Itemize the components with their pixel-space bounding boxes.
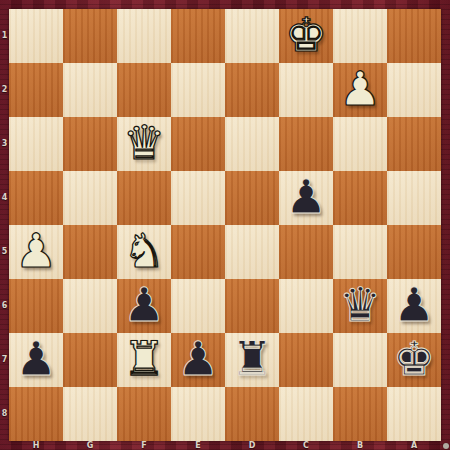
rank-label-2: 2: [0, 63, 9, 117]
piece-white-queen-f3[interactable]: ♛: [123, 119, 165, 166]
piece-white-rook-f7[interactable]: ♜: [123, 335, 165, 382]
square-d3[interactable]: [225, 117, 279, 171]
square-d6[interactable]: [225, 279, 279, 333]
square-f6[interactable]: ♟: [117, 279, 171, 333]
chess-board: ♚♟♛♟♟♞♟♛♟♟♜♟♜♚: [9, 9, 441, 441]
file-label-d: D: [225, 441, 279, 450]
file-label-h: H: [9, 441, 63, 450]
square-g6[interactable]: [63, 279, 117, 333]
square-c2[interactable]: [279, 63, 333, 117]
square-e4[interactable]: [171, 171, 225, 225]
square-a8[interactable]: [387, 387, 441, 441]
square-a6[interactable]: ♟: [387, 279, 441, 333]
square-c3[interactable]: [279, 117, 333, 171]
square-h6[interactable]: [9, 279, 63, 333]
square-a2[interactable]: [387, 63, 441, 117]
square-c8[interactable]: [279, 387, 333, 441]
piece-white-pawn-h5[interactable]: ♟: [15, 227, 57, 274]
rank-label-7: 7: [0, 333, 9, 387]
corner-dot: [443, 443, 449, 449]
square-g1[interactable]: [63, 9, 117, 63]
square-d4[interactable]: [225, 171, 279, 225]
square-f5[interactable]: ♞: [117, 225, 171, 279]
square-g2[interactable]: [63, 63, 117, 117]
square-f4[interactable]: [117, 171, 171, 225]
square-d7[interactable]: ♜: [225, 333, 279, 387]
square-g3[interactable]: [63, 117, 117, 171]
file-label-g: G: [63, 441, 117, 450]
square-b4[interactable]: [333, 171, 387, 225]
square-e5[interactable]: [171, 225, 225, 279]
file-label-c: C: [279, 441, 333, 450]
rank-label-8: 8: [0, 387, 9, 441]
square-b2[interactable]: ♟: [333, 63, 387, 117]
rank-label-5: 5: [0, 225, 9, 279]
square-e8[interactable]: [171, 387, 225, 441]
piece-black-pawn-a6[interactable]: ♟: [393, 281, 435, 328]
square-g8[interactable]: [63, 387, 117, 441]
square-g4[interactable]: [63, 171, 117, 225]
square-a7[interactable]: ♚: [387, 333, 441, 387]
piece-black-queen-b6[interactable]: ♛: [339, 281, 381, 328]
rank-label-6: 6: [0, 279, 9, 333]
square-e7[interactable]: ♟: [171, 333, 225, 387]
square-c1[interactable]: ♚: [279, 9, 333, 63]
square-d8[interactable]: [225, 387, 279, 441]
square-f3[interactable]: ♛: [117, 117, 171, 171]
square-d1[interactable]: [225, 9, 279, 63]
square-b5[interactable]: [333, 225, 387, 279]
square-e3[interactable]: [171, 117, 225, 171]
rank-label-3: 3: [0, 117, 9, 171]
rank-label-1: 1: [0, 9, 9, 63]
square-c6[interactable]: [279, 279, 333, 333]
file-label-a: A: [387, 441, 441, 450]
file-label-b: B: [333, 441, 387, 450]
square-b6[interactable]: ♛: [333, 279, 387, 333]
piece-black-pawn-c4[interactable]: ♟: [285, 173, 327, 220]
square-e2[interactable]: [171, 63, 225, 117]
square-h4[interactable]: [9, 171, 63, 225]
rank-label-4: 4: [0, 171, 9, 225]
piece-black-pawn-h7[interactable]: ♟: [15, 335, 57, 382]
square-h5[interactable]: ♟: [9, 225, 63, 279]
square-c4[interactable]: ♟: [279, 171, 333, 225]
piece-black-pawn-e7[interactable]: ♟: [177, 335, 219, 382]
square-d5[interactable]: [225, 225, 279, 279]
square-h2[interactable]: [9, 63, 63, 117]
square-b3[interactable]: [333, 117, 387, 171]
square-h7[interactable]: ♟: [9, 333, 63, 387]
square-e6[interactable]: [171, 279, 225, 333]
square-f8[interactable]: [117, 387, 171, 441]
piece-white-pawn-b2[interactable]: ♟: [339, 65, 381, 112]
square-c7[interactable]: [279, 333, 333, 387]
piece-black-king-a7[interactable]: ♚: [393, 335, 435, 382]
piece-white-king-c1[interactable]: ♚: [285, 11, 327, 58]
piece-black-pawn-f6[interactable]: ♟: [123, 281, 165, 328]
square-a1[interactable]: [387, 9, 441, 63]
square-h1[interactable]: [9, 9, 63, 63]
square-b1[interactable]: [333, 9, 387, 63]
square-h3[interactable]: [9, 117, 63, 171]
square-a5[interactable]: [387, 225, 441, 279]
piece-black-rook-d7[interactable]: ♜: [231, 335, 273, 382]
square-a4[interactable]: [387, 171, 441, 225]
square-g5[interactable]: [63, 225, 117, 279]
square-a3[interactable]: [387, 117, 441, 171]
square-c5[interactable]: [279, 225, 333, 279]
file-label-f: F: [117, 441, 171, 450]
piece-white-knight-f5[interactable]: ♞: [123, 227, 165, 274]
square-f2[interactable]: [117, 63, 171, 117]
square-b8[interactable]: [333, 387, 387, 441]
square-f7[interactable]: ♜: [117, 333, 171, 387]
square-b7[interactable]: [333, 333, 387, 387]
square-d2[interactable]: [225, 63, 279, 117]
square-h8[interactable]: [9, 387, 63, 441]
file-label-e: E: [171, 441, 225, 450]
board-frame: ♚♟♛♟♟♞♟♛♟♟♜♟♜♚ 12345678HGFEDCBA: [0, 0, 450, 450]
square-f1[interactable]: [117, 9, 171, 63]
square-g7[interactable]: [63, 333, 117, 387]
square-e1[interactable]: [171, 9, 225, 63]
